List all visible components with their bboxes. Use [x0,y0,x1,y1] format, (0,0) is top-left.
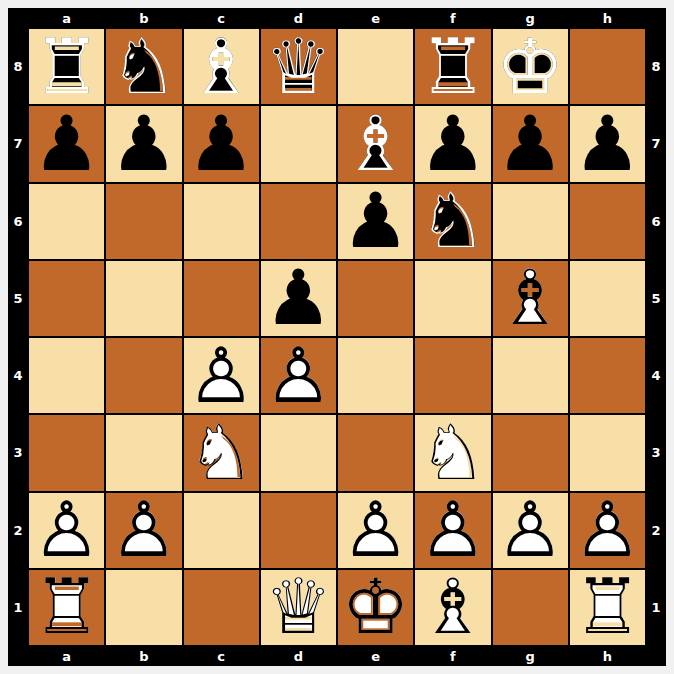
black-pawn-h7[interactable]: ♟ [570,106,645,181]
knight-filled-glyph: ♞ [106,29,181,104]
square-g2[interactable]: ♟♙ [492,492,569,569]
square-h4[interactable] [569,337,646,414]
square-h6[interactable] [569,183,646,260]
rook-filled-glyph: ♜ [29,570,104,645]
white-pawn-g2[interactable]: ♟♙ [493,493,568,568]
pawn-filled-glyph: ♟ [261,261,336,336]
square-f2[interactable]: ♟♙ [414,492,491,569]
rook-filled-glyph: ♜ [415,29,490,104]
square-g6[interactable] [492,183,569,260]
queen-filled-glyph: ♛ [261,29,336,104]
rank-label-8: 8 [646,28,666,105]
pawn-outline-glyph: ♙ [29,493,104,568]
square-b7[interactable]: ♟ [105,105,182,182]
black-bishop-e7[interactable]: ♝♗ [338,106,413,181]
file-label-a: a [28,646,105,666]
pawn-filled-glyph: ♟ [338,493,413,568]
square-c2[interactable] [183,492,260,569]
frame-corner [8,8,28,28]
knight-filled-glyph: ♞ [415,184,490,259]
pawn-filled-glyph: ♟ [493,106,568,181]
bishop-filled-glyph: ♝ [338,106,413,181]
white-pawn-a2[interactable]: ♟♙ [29,493,104,568]
square-h2[interactable]: ♟♙ [569,492,646,569]
chess-board: abcdefgh8♜♖♞♘♝♗♛♕♜♖♚♔87♟♟♟♝♗♟♟♟76♟♞♘65♟♝… [8,8,666,666]
square-a7[interactable]: ♟ [28,105,105,182]
frame-corner [8,646,28,666]
pawn-filled-glyph: ♟ [570,493,645,568]
rank-label-6: 6 [646,183,666,260]
file-label-f: f [414,8,491,28]
knight-outline-glyph: ♘ [106,29,181,104]
square-e6[interactable]: ♟ [337,183,414,260]
square-h3[interactable] [569,414,646,491]
file-label-f: f [414,646,491,666]
file-label-d: d [260,8,337,28]
king-filled-glyph: ♚ [493,29,568,104]
rank-label-6: 6 [8,183,28,260]
square-b5[interactable] [105,260,182,337]
white-king-e1[interactable]: ♚♔ [338,570,413,645]
square-g4[interactable] [492,337,569,414]
pawn-outline-glyph: ♙ [415,493,490,568]
square-c6[interactable] [183,183,260,260]
file-label-c: c [183,8,260,28]
square-g8[interactable]: ♚♔ [492,28,569,105]
file-label-e: e [337,646,414,666]
black-pawn-a7[interactable]: ♟ [29,106,104,181]
square-f7[interactable]: ♟ [414,105,491,182]
black-rook-a8[interactable]: ♜♖ [29,29,104,104]
square-c1[interactable] [183,569,260,646]
rank-label-2: 2 [8,492,28,569]
file-label-a: a [28,8,105,28]
square-e3[interactable] [337,414,414,491]
file-label-g: g [492,646,569,666]
square-e2[interactable]: ♟♙ [337,492,414,569]
white-knight-f3[interactable]: ♞♘ [415,415,490,490]
white-pawn-f2[interactable]: ♟♙ [415,493,490,568]
rank-label-5: 5 [646,260,666,337]
square-d5[interactable]: ♟ [260,260,337,337]
bishop-outline-glyph: ♗ [184,29,259,104]
square-d3[interactable] [260,414,337,491]
frame-corner [646,646,666,666]
white-pawn-c4[interactable]: ♟♙ [184,338,259,413]
square-c4[interactable]: ♟♙ [183,337,260,414]
rank-label-8: 8 [8,28,28,105]
square-f3[interactable]: ♞♘ [414,414,491,491]
square-a8[interactable]: ♜♖ [28,28,105,105]
bishop-filled-glyph: ♝ [493,261,568,336]
white-bishop-f1[interactable]: ♝♗ [415,570,490,645]
square-c5[interactable] [183,260,260,337]
black-queen-d8[interactable]: ♛♕ [261,29,336,104]
square-h5[interactable] [569,260,646,337]
file-label-d: d [260,646,337,666]
rank-label-3: 3 [646,414,666,491]
page-background: abcdefgh8♜♖♞♘♝♗♛♕♜♖♚♔87♟♟♟♝♗♟♟♟76♟♞♘65♟♝… [0,0,674,674]
queen-filled-glyph: ♛ [261,570,336,645]
file-label-h: h [569,646,646,666]
black-bishop-c8[interactable]: ♝♗ [184,29,259,104]
bishop-outline-glyph: ♗ [415,570,490,645]
rook-outline-glyph: ♖ [29,570,104,645]
pawn-filled-glyph: ♟ [106,493,181,568]
square-b2[interactable]: ♟♙ [105,492,182,569]
rank-label-4: 4 [8,337,28,414]
file-label-c: c [183,646,260,666]
black-pawn-c7[interactable]: ♟ [184,106,259,181]
pawn-filled-glyph: ♟ [106,106,181,181]
knight-outline-glyph: ♘ [184,415,259,490]
bishop-filled-glyph: ♝ [184,29,259,104]
square-d2[interactable] [260,492,337,569]
file-label-e: e [337,8,414,28]
square-g1[interactable] [492,569,569,646]
square-b4[interactable] [105,337,182,414]
black-pawn-b7[interactable]: ♟ [106,106,181,181]
bishop-outline-glyph: ♗ [493,261,568,336]
queen-outline-glyph: ♕ [261,570,336,645]
square-g3[interactable] [492,414,569,491]
pawn-outline-glyph: ♙ [570,493,645,568]
bishop-filled-glyph: ♝ [415,570,490,645]
square-d7[interactable] [260,105,337,182]
pawn-filled-glyph: ♟ [29,493,104,568]
square-e7[interactable]: ♝♗ [337,105,414,182]
king-outline-glyph: ♔ [338,570,413,645]
knight-filled-glyph: ♞ [415,415,490,490]
bishop-outline-glyph: ♗ [338,106,413,181]
square-f1[interactable]: ♝♗ [414,569,491,646]
square-a2[interactable]: ♟♙ [28,492,105,569]
rank-label-2: 2 [646,492,666,569]
black-pawn-d5[interactable]: ♟ [261,261,336,336]
square-h1[interactable]: ♜♖ [569,569,646,646]
rank-label-3: 3 [8,414,28,491]
square-e4[interactable] [337,337,414,414]
square-g5[interactable]: ♝♗ [492,260,569,337]
pawn-filled-glyph: ♟ [184,338,259,413]
square-g7[interactable]: ♟ [492,105,569,182]
pawn-filled-glyph: ♟ [415,106,490,181]
square-a4[interactable] [28,337,105,414]
knight-outline-glyph: ♘ [415,184,490,259]
white-rook-a1[interactable]: ♜♖ [29,570,104,645]
pawn-filled-glyph: ♟ [338,184,413,259]
square-a6[interactable] [28,183,105,260]
square-f8[interactable]: ♜♖ [414,28,491,105]
black-pawn-f7[interactable]: ♟ [415,106,490,181]
white-knight-c3[interactable]: ♞♘ [184,415,259,490]
square-d1[interactable]: ♛♕ [260,569,337,646]
rank-label-1: 1 [8,569,28,646]
file-label-h: h [569,8,646,28]
square-c7[interactable]: ♟ [183,105,260,182]
square-a5[interactable] [28,260,105,337]
white-pawn-d4[interactable]: ♟♙ [261,338,336,413]
black-pawn-e6[interactable]: ♟ [338,184,413,259]
pawn-outline-glyph: ♙ [261,338,336,413]
queen-outline-glyph: ♕ [261,29,336,104]
square-e8[interactable] [337,28,414,105]
rook-outline-glyph: ♖ [570,570,645,645]
black-knight-f6[interactable]: ♞♘ [415,184,490,259]
king-filled-glyph: ♚ [338,570,413,645]
rook-filled-glyph: ♜ [570,570,645,645]
square-c3[interactable]: ♞♘ [183,414,260,491]
king-outline-glyph: ♔ [493,29,568,104]
white-pawn-e2[interactable]: ♟♙ [338,493,413,568]
pawn-filled-glyph: ♟ [261,338,336,413]
file-label-b: b [105,8,182,28]
pawn-filled-glyph: ♟ [493,493,568,568]
black-pawn-g7[interactable]: ♟ [493,106,568,181]
rank-label-1: 1 [646,569,666,646]
square-a3[interactable] [28,414,105,491]
black-rook-f8[interactable]: ♜♖ [415,29,490,104]
knight-outline-glyph: ♘ [415,415,490,490]
frame-corner [646,8,666,28]
file-label-g: g [492,8,569,28]
square-e1[interactable]: ♚♔ [337,569,414,646]
square-d6[interactable] [260,183,337,260]
white-bishop-g5[interactable]: ♝♗ [493,261,568,336]
knight-filled-glyph: ♞ [184,415,259,490]
square-f6[interactable]: ♞♘ [414,183,491,260]
square-h8[interactable] [569,28,646,105]
square-h7[interactable]: ♟ [569,105,646,182]
square-d4[interactable]: ♟♙ [260,337,337,414]
pawn-outline-glyph: ♙ [493,493,568,568]
rank-label-7: 7 [8,105,28,182]
pawn-filled-glyph: ♟ [570,106,645,181]
square-e5[interactable] [337,260,414,337]
pawn-outline-glyph: ♙ [338,493,413,568]
chess-board-frame: abcdefgh8♜♖♞♘♝♗♛♕♜♖♚♔87♟♟♟♝♗♟♟♟76♟♞♘65♟♝… [8,8,666,666]
black-king-g8[interactable]: ♚♔ [493,29,568,104]
square-b3[interactable] [105,414,182,491]
pawn-outline-glyph: ♙ [184,338,259,413]
white-pawn-b2[interactable]: ♟♙ [106,493,181,568]
square-b8[interactable]: ♞♘ [105,28,182,105]
pawn-outline-glyph: ♙ [106,493,181,568]
square-b6[interactable] [105,183,182,260]
square-a1[interactable]: ♜♖ [28,569,105,646]
pawn-filled-glyph: ♟ [415,493,490,568]
square-c8[interactable]: ♝♗ [183,28,260,105]
rank-label-5: 5 [8,260,28,337]
white-queen-d1[interactable]: ♛♕ [261,570,336,645]
square-f5[interactable] [414,260,491,337]
square-d8[interactable]: ♛♕ [260,28,337,105]
rook-outline-glyph: ♖ [415,29,490,104]
white-rook-h1[interactable]: ♜♖ [570,570,645,645]
rank-label-4: 4 [646,337,666,414]
pawn-filled-glyph: ♟ [29,106,104,181]
rank-label-7: 7 [646,105,666,182]
square-f4[interactable] [414,337,491,414]
white-pawn-h2[interactable]: ♟♙ [570,493,645,568]
rook-outline-glyph: ♖ [29,29,104,104]
square-b1[interactable] [105,569,182,646]
pawn-filled-glyph: ♟ [184,106,259,181]
black-knight-b8[interactable]: ♞♘ [106,29,181,104]
file-label-b: b [105,646,182,666]
rook-filled-glyph: ♜ [29,29,104,104]
